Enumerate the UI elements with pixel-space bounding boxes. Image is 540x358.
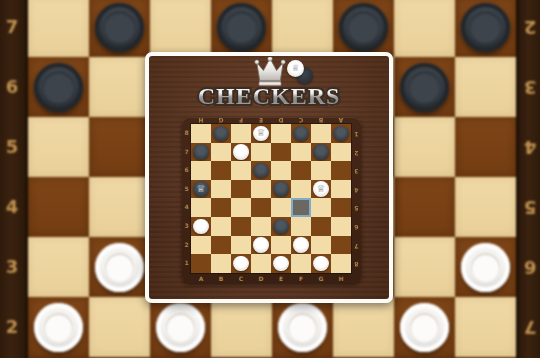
background-coordinate-label: 4 [516, 117, 540, 177]
background-white-piece [400, 303, 449, 352]
background-square [28, 0, 89, 57]
white-king-checker-badge: ♕ [287, 60, 304, 77]
white-man-piece[interactable] [233, 144, 249, 160]
square-b3[interactable] [211, 217, 231, 236]
checkers-app: 765432 234567 ♕ CHECKERS CHECKERS [0, 0, 540, 358]
square-c8[interactable] [231, 124, 251, 143]
square-a1[interactable] [191, 254, 211, 273]
coordinate-label: 2 [352, 143, 361, 162]
background-square [28, 117, 89, 177]
background-coordinate-label: 2 [516, 0, 540, 57]
black-man-piece[interactable] [293, 126, 309, 142]
coordinate-label: F [231, 117, 251, 124]
background-square [28, 237, 89, 297]
square-e8[interactable] [271, 124, 291, 143]
coordinate-label: E [271, 274, 291, 283]
square-g7[interactable] [311, 143, 331, 162]
background-left-frame: 765432 [0, 0, 28, 358]
coordinate-label: 5 [182, 180, 191, 199]
background-coordinate-label: 3 [516, 57, 540, 117]
black-man-piece[interactable] [213, 126, 229, 142]
square-f3[interactable] [291, 217, 311, 236]
square-c6[interactable] [231, 161, 251, 180]
square-a2[interactable] [191, 236, 211, 255]
square-d3[interactable] [251, 217, 271, 236]
square-f2[interactable] [291, 236, 311, 255]
background-square [150, 0, 211, 57]
background-square [211, 0, 272, 57]
background-black-piece [95, 3, 144, 52]
square-h4[interactable] [331, 198, 351, 217]
coordinate-label: E [251, 117, 271, 124]
background-square [89, 177, 150, 237]
square-e6[interactable] [271, 161, 291, 180]
square-b7[interactable] [211, 143, 231, 162]
square-d8[interactable]: ♕ [251, 124, 271, 143]
black-man-piece[interactable] [253, 163, 269, 179]
square-e5[interactable] [271, 180, 291, 199]
coordinate-label: A [331, 117, 351, 124]
square-a4[interactable] [191, 198, 211, 217]
square-b5[interactable] [211, 180, 231, 199]
coordinate-label: A [191, 274, 211, 283]
background-coordinate-label: 6 [516, 237, 540, 297]
background-square [455, 0, 516, 57]
square-a8[interactable] [191, 124, 211, 143]
background-square [272, 0, 333, 57]
white-man-piece[interactable] [253, 237, 269, 253]
square-e2[interactable] [271, 236, 291, 255]
background-coordinate-label: 5 [516, 177, 540, 237]
square-h8[interactable] [331, 124, 351, 143]
background-coordinate-label: 7 [516, 297, 540, 357]
square-h2[interactable] [331, 236, 351, 255]
square-e7[interactable] [271, 143, 291, 162]
square-d4[interactable] [251, 198, 271, 217]
background-square [455, 57, 516, 117]
square-b4[interactable] [211, 198, 231, 217]
coordinate-label: 4 [352, 180, 361, 199]
background-coordinate-label: 2 [0, 297, 28, 357]
background-square [394, 237, 455, 297]
square-a5[interactable]: ♕ [191, 180, 211, 199]
square-g1[interactable] [311, 254, 331, 273]
square-d6[interactable] [251, 161, 271, 180]
square-d2[interactable] [251, 236, 271, 255]
white-man-piece[interactable] [273, 256, 289, 272]
white-man-piece[interactable] [293, 237, 309, 253]
board-bottom-labels: ABCDEFGH [191, 274, 351, 283]
coordinate-label: 2 [182, 236, 191, 255]
coordinate-label: G [211, 117, 231, 124]
square-f5[interactable] [291, 180, 311, 199]
coordinate-label: 7 [182, 143, 191, 162]
square-g8[interactable] [311, 124, 331, 143]
square-d7[interactable] [251, 143, 271, 162]
square-b1[interactable] [211, 254, 231, 273]
background-square [89, 297, 150, 357]
mini-board-grid: ♕♕♕ [191, 124, 351, 273]
game-title-fill: CHECKERS [149, 83, 389, 110]
coordinate-label: H [191, 117, 211, 124]
background-coordinate-label: 7 [0, 0, 28, 57]
coordinate-label: F [291, 274, 311, 283]
background-square [455, 117, 516, 177]
background-white-piece [95, 243, 144, 292]
coordinate-label: 1 [182, 254, 191, 273]
background-black-piece [339, 3, 388, 52]
board-top-labels: HGFEDCBA [191, 117, 351, 124]
background-square [455, 297, 516, 357]
background-white-piece [156, 303, 205, 352]
black-man-piece[interactable] [193, 144, 209, 160]
square-e1[interactable] [271, 254, 291, 273]
white-king-piece[interactable]: ♕ [313, 181, 329, 197]
square-a6[interactable] [191, 161, 211, 180]
background-square [333, 0, 394, 57]
square-e3[interactable] [271, 217, 291, 236]
background-square [28, 57, 89, 117]
coordinate-label: B [211, 274, 231, 283]
background-coordinate-label: 3 [0, 237, 28, 297]
black-king-piece[interactable]: ♕ [193, 181, 209, 197]
square-d5[interactable] [251, 180, 271, 199]
coordinate-label: 8 [352, 254, 361, 273]
black-man-piece[interactable] [333, 126, 349, 142]
background-white-piece [34, 303, 83, 352]
game-title: CHECKERS CHECKERS [149, 83, 389, 109]
background-square [394, 117, 455, 177]
background-square [89, 57, 150, 117]
coordinate-label: 5 [352, 198, 361, 217]
square-g4[interactable] [311, 198, 331, 217]
background-left-labels: 765432 [0, 0, 28, 357]
background-square [89, 0, 150, 57]
background-square [150, 297, 211, 357]
coordinate-label: 3 [182, 217, 191, 236]
square-g3[interactable] [311, 217, 331, 236]
coordinate-label: 3 [352, 161, 361, 180]
coordinate-label: 8 [182, 124, 191, 143]
square-c7[interactable] [231, 143, 251, 162]
background-square [272, 297, 333, 357]
white-man-piece[interactable] [313, 256, 329, 272]
background-square [455, 177, 516, 237]
background-right-frame: 234567 [516, 0, 540, 358]
board-left-labels: 87654321 [182, 124, 191, 273]
coordinate-label: C [231, 274, 251, 283]
square-f7[interactable] [291, 143, 311, 162]
background-white-piece [278, 303, 327, 352]
coordinate-label: D [271, 117, 291, 124]
background-square [394, 297, 455, 357]
black-man-piece[interactable] [313, 144, 329, 160]
square-a3[interactable] [191, 217, 211, 236]
square-g2[interactable] [311, 236, 331, 255]
coordinate-label: 6 [182, 161, 191, 180]
square-e4[interactable] [271, 198, 291, 217]
square-f6[interactable] [291, 161, 311, 180]
board-right-labels: 12345678 [352, 124, 361, 273]
background-white-piece [461, 243, 510, 292]
square-b2[interactable] [211, 236, 231, 255]
background-coordinate-label: 6 [0, 57, 28, 117]
square-c5[interactable] [231, 180, 251, 199]
square-d1[interactable] [251, 254, 271, 273]
square-h5[interactable] [331, 180, 351, 199]
square-c1[interactable] [231, 254, 251, 273]
black-man-piece[interactable] [273, 219, 289, 235]
background-square [28, 297, 89, 357]
square-f1[interactable] [291, 254, 311, 273]
square-h3[interactable] [331, 217, 351, 236]
coordinate-label: G [311, 274, 331, 283]
square-g5[interactable]: ♕ [311, 180, 331, 199]
background-coordinate-label: 4 [0, 177, 28, 237]
background-square [89, 237, 150, 297]
black-man-piece[interactable] [273, 181, 289, 197]
background-coordinate-label: 5 [0, 117, 28, 177]
coordinate-label: C [291, 117, 311, 124]
background-square [455, 237, 516, 297]
square-b6[interactable] [211, 161, 231, 180]
coordinate-label: 7 [352, 236, 361, 255]
background-black-piece [34, 63, 83, 112]
background-square [89, 117, 150, 177]
white-man-piece[interactable] [233, 256, 249, 272]
square-a7[interactable] [191, 143, 211, 162]
highlighted-square-f4[interactable] [291, 198, 311, 217]
square-c2[interactable] [231, 236, 251, 255]
white-king-piece[interactable]: ♕ [253, 126, 269, 142]
splash-card: ♕ CHECKERS CHECKERS HGFEDCBA ABCDEFGH 87… [145, 52, 393, 303]
square-h1[interactable] [331, 254, 351, 273]
background-black-piece [461, 3, 510, 52]
background-right-labels: 234567 [516, 0, 540, 357]
coordinate-label: D [251, 274, 271, 283]
background-square [211, 297, 272, 357]
square-f8[interactable] [291, 124, 311, 143]
mini-board: HGFEDCBA ABCDEFGH 87654321 12345678 ♕♕♕ [182, 117, 361, 283]
background-square [28, 177, 89, 237]
background-black-piece [400, 63, 449, 112]
background-square [394, 177, 455, 237]
coordinate-label: H [331, 274, 351, 283]
square-c4[interactable] [231, 198, 251, 217]
square-h6[interactable] [331, 161, 351, 180]
white-man-piece[interactable] [193, 219, 209, 235]
coordinate-label: 1 [352, 124, 361, 143]
background-square [394, 0, 455, 57]
square-b8[interactable] [211, 124, 231, 143]
square-g6[interactable] [311, 161, 331, 180]
coordinate-label: 4 [182, 198, 191, 217]
background-square [333, 297, 394, 357]
square-h7[interactable] [331, 143, 351, 162]
coordinate-label: B [311, 117, 331, 124]
coordinate-label: 6 [352, 217, 361, 236]
background-black-piece [217, 3, 266, 52]
background-square [394, 57, 455, 117]
square-c3[interactable] [231, 217, 251, 236]
